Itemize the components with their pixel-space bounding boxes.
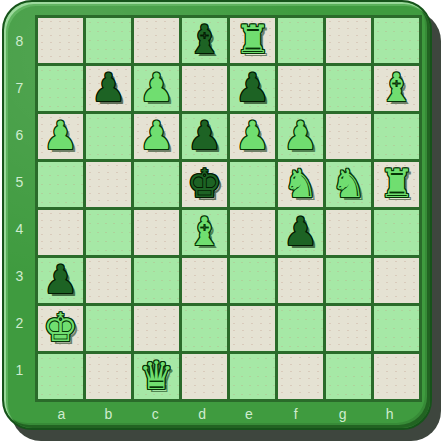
square-e5[interactable] <box>230 162 275 207</box>
chess-board: ♝♜♟♟♟♝♟♟♟♟♟♚♞♞♜♝♟♟♚♛ <box>35 15 422 402</box>
black-pawn-piece[interactable]: ♟ <box>38 258 83 303</box>
white-pawn-piece[interactable]: ♟ <box>134 66 179 111</box>
black-bishop-piece[interactable]: ♝ <box>182 18 227 63</box>
square-b1[interactable] <box>86 354 131 399</box>
white-queen-piece[interactable]: ♛ <box>134 354 179 399</box>
square-f8[interactable] <box>278 18 323 63</box>
square-d5[interactable]: ♚ <box>182 162 227 207</box>
white-pawn-piece[interactable]: ♟ <box>134 114 179 159</box>
square-h8[interactable] <box>374 18 419 63</box>
square-g5[interactable]: ♞ <box>326 162 371 207</box>
file-label-g: g <box>319 402 366 426</box>
square-b6[interactable] <box>86 114 131 159</box>
square-e4[interactable] <box>230 210 275 255</box>
square-a6[interactable]: ♟ <box>38 114 83 159</box>
white-rook-piece[interactable]: ♜ <box>230 18 275 63</box>
white-king-piece[interactable]: ♚ <box>38 306 83 351</box>
square-a4[interactable] <box>38 210 83 255</box>
square-f2[interactable] <box>278 306 323 351</box>
square-b7[interactable]: ♟ <box>86 66 131 111</box>
square-d6[interactable]: ♟ <box>182 114 227 159</box>
rank-label-8: 8 <box>4 18 35 65</box>
board-frame: 87654321 ♝♜♟♟♟♝♟♟♟♟♟♚♞♞♜♝♟♟♚♛ abcdefgh <box>2 0 432 430</box>
white-pawn-piece[interactable]: ♟ <box>38 114 83 159</box>
rank-label-7: 7 <box>4 65 35 112</box>
square-d4[interactable]: ♝ <box>182 210 227 255</box>
square-e8[interactable]: ♜ <box>230 18 275 63</box>
square-f4[interactable]: ♟ <box>278 210 323 255</box>
square-a1[interactable] <box>38 354 83 399</box>
file-labels: abcdefgh <box>38 402 413 426</box>
square-f5[interactable]: ♞ <box>278 162 323 207</box>
square-g3[interactable] <box>326 258 371 303</box>
square-b3[interactable] <box>86 258 131 303</box>
white-bishop-piece[interactable]: ♝ <box>374 66 419 111</box>
file-label-c: c <box>132 402 179 426</box>
square-h6[interactable] <box>374 114 419 159</box>
square-h5[interactable]: ♜ <box>374 162 419 207</box>
square-e7[interactable]: ♟ <box>230 66 275 111</box>
square-d2[interactable] <box>182 306 227 351</box>
black-pawn-piece[interactable]: ♟ <box>86 66 131 111</box>
square-h7[interactable]: ♝ <box>374 66 419 111</box>
white-knight-piece[interactable]: ♞ <box>278 162 323 207</box>
square-e2[interactable] <box>230 306 275 351</box>
square-g7[interactable] <box>326 66 371 111</box>
white-rook-piece[interactable]: ♜ <box>374 162 419 207</box>
rank-label-5: 5 <box>4 159 35 206</box>
rank-label-4: 4 <box>4 206 35 253</box>
file-label-f: f <box>272 402 319 426</box>
square-h1[interactable] <box>374 354 419 399</box>
square-b4[interactable] <box>86 210 131 255</box>
square-g1[interactable] <box>326 354 371 399</box>
square-h2[interactable] <box>374 306 419 351</box>
square-g6[interactable] <box>326 114 371 159</box>
square-f3[interactable] <box>278 258 323 303</box>
black-pawn-piece[interactable]: ♟ <box>230 66 275 111</box>
square-a8[interactable] <box>38 18 83 63</box>
square-c4[interactable] <box>134 210 179 255</box>
square-h3[interactable] <box>374 258 419 303</box>
square-f6[interactable]: ♟ <box>278 114 323 159</box>
square-a5[interactable] <box>38 162 83 207</box>
file-label-e: e <box>226 402 273 426</box>
square-c6[interactable]: ♟ <box>134 114 179 159</box>
square-h4[interactable] <box>374 210 419 255</box>
square-e1[interactable] <box>230 354 275 399</box>
square-c7[interactable]: ♟ <box>134 66 179 111</box>
square-d8[interactable]: ♝ <box>182 18 227 63</box>
rank-label-6: 6 <box>4 112 35 159</box>
square-g4[interactable] <box>326 210 371 255</box>
square-c8[interactable] <box>134 18 179 63</box>
file-label-b: b <box>85 402 132 426</box>
square-c2[interactable] <box>134 306 179 351</box>
black-pawn-piece[interactable]: ♟ <box>278 210 323 255</box>
white-pawn-piece[interactable]: ♟ <box>230 114 275 159</box>
square-g8[interactable] <box>326 18 371 63</box>
square-f1[interactable] <box>278 354 323 399</box>
rank-label-3: 3 <box>4 252 35 299</box>
file-label-a: a <box>38 402 85 426</box>
rank-labels: 87654321 <box>4 18 35 393</box>
rank-label-2: 2 <box>4 299 35 346</box>
square-d3[interactable] <box>182 258 227 303</box>
square-b8[interactable] <box>86 18 131 63</box>
white-pawn-piece[interactable]: ♟ <box>278 114 323 159</box>
square-a3[interactable]: ♟ <box>38 258 83 303</box>
square-e3[interactable] <box>230 258 275 303</box>
square-f7[interactable] <box>278 66 323 111</box>
rank-label-1: 1 <box>4 346 35 393</box>
white-bishop-piece[interactable]: ♝ <box>182 210 227 255</box>
square-c5[interactable] <box>134 162 179 207</box>
white-knight-piece[interactable]: ♞ <box>326 162 371 207</box>
black-king-piece[interactable]: ♚ <box>182 162 227 207</box>
square-d1[interactable] <box>182 354 227 399</box>
black-pawn-piece[interactable]: ♟ <box>182 114 227 159</box>
square-c1[interactable]: ♛ <box>134 354 179 399</box>
square-c3[interactable] <box>134 258 179 303</box>
square-a7[interactable] <box>38 66 83 111</box>
file-label-h: h <box>366 402 413 426</box>
square-e6[interactable]: ♟ <box>230 114 275 159</box>
square-d7[interactable] <box>182 66 227 111</box>
square-b5[interactable] <box>86 162 131 207</box>
file-label-d: d <box>179 402 226 426</box>
square-b2[interactable] <box>86 306 131 351</box>
square-a2[interactable]: ♚ <box>38 306 83 351</box>
square-g2[interactable] <box>326 306 371 351</box>
